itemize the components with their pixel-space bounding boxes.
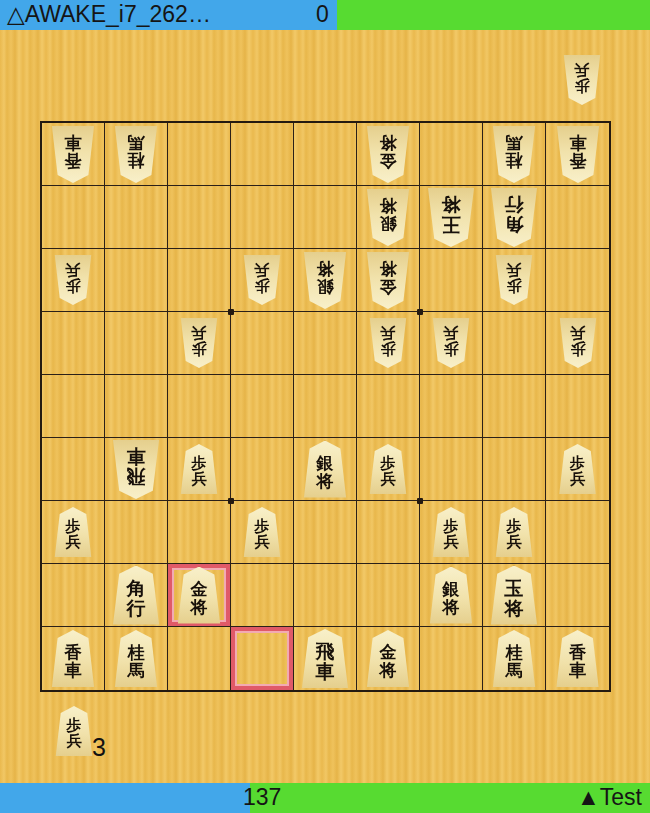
piece-kanji: 兵 xyxy=(255,535,270,551)
board-cell-r2c5[interactable] xyxy=(294,186,357,249)
piece-sente-silver[interactable]: 銀将 xyxy=(429,567,473,624)
piece-kanji: 香 xyxy=(569,151,586,169)
board-cell-r4c4[interactable] xyxy=(231,312,294,375)
piece-sente-lance[interactable]: 香車 xyxy=(51,630,95,687)
board-cell-r4c8[interactable] xyxy=(483,312,546,375)
hoshi-dot xyxy=(417,498,423,504)
piece-kanji: 将 xyxy=(442,194,461,214)
board-cell-r7c8[interactable]: 歩兵 xyxy=(483,501,546,564)
piece-kanji: 歩 xyxy=(192,340,207,356)
opponent-clock-value: 0 xyxy=(316,1,329,28)
board-cell-r8c6[interactable] xyxy=(357,564,420,627)
piece-gote-pawn[interactable]: 歩兵 xyxy=(432,318,470,368)
piece-kanji: 兵 xyxy=(192,472,207,488)
piece-kanji: 馬 xyxy=(506,662,523,680)
piece-sente-gold[interactable]: 金将 xyxy=(366,630,410,687)
board-cell-r5c5[interactable] xyxy=(294,375,357,438)
piece-kanji: 角 xyxy=(505,214,524,234)
piece-gote-gold[interactable]: 金将 xyxy=(366,126,410,183)
piece-kanji: 車 xyxy=(316,662,335,682)
board-cell-r3c6[interactable]: 金将 xyxy=(357,249,420,312)
board-cell-r1c3[interactable] xyxy=(168,123,231,186)
board-cell-r8c7[interactable]: 銀将 xyxy=(420,564,483,627)
opponent-name: △AWAKE_i7_262… xyxy=(7,1,211,28)
piece-gote-pawn[interactable]: 歩兵 xyxy=(54,255,92,305)
board-cell-r4c9[interactable]: 歩兵 xyxy=(546,312,609,375)
board-cell-r2c1[interactable] xyxy=(42,186,105,249)
board-cell-r4c3[interactable]: 歩兵 xyxy=(168,312,231,375)
board-cell-r7c9[interactable] xyxy=(546,501,609,564)
board-cell-r5c8[interactable] xyxy=(483,375,546,438)
piece-kanji: 将 xyxy=(380,196,397,214)
piece-gote-pawn[interactable]: 歩兵 xyxy=(563,55,601,105)
piece-kanji: 馬 xyxy=(128,662,145,680)
piece-kanji: 金 xyxy=(380,277,397,295)
board-cell-r9c7[interactable] xyxy=(420,627,483,690)
piece-sente-pawn[interactable]: 歩兵 xyxy=(432,507,470,557)
board-cell-r3c2[interactable] xyxy=(105,249,168,312)
board-cell-r8c2[interactable]: 角行 xyxy=(105,564,168,627)
piece-kanji: 将 xyxy=(191,599,208,617)
piece-gote-pawn[interactable]: 歩兵 xyxy=(369,318,407,368)
piece-kanji: 兵 xyxy=(507,535,522,551)
board-cell-r4c7[interactable]: 歩兵 xyxy=(420,312,483,375)
board-cell-r8c3[interactable]: 金将 xyxy=(168,564,231,627)
piece-gote-pawn[interactable]: 歩兵 xyxy=(180,318,218,368)
hoshi-dot xyxy=(228,498,234,504)
piece-kanji: 香 xyxy=(65,151,82,169)
board-cell-r6c7[interactable] xyxy=(420,438,483,501)
piece-kanji: 車 xyxy=(65,133,82,151)
piece-kanji: 車 xyxy=(569,662,586,680)
board-cell-r5c1[interactable] xyxy=(42,375,105,438)
piece-kanji: 歩 xyxy=(381,340,396,356)
piece-kanji: 将 xyxy=(505,599,524,619)
board-cell-r6c2[interactable]: 飛車 xyxy=(105,438,168,501)
board-cell-r2c6[interactable]: 銀将 xyxy=(357,186,420,249)
piece-kanji: 桂 xyxy=(506,151,523,169)
piece-kanji: 金 xyxy=(380,151,397,169)
board-cell-r1c4[interactable] xyxy=(231,123,294,186)
piece-kanji: 行 xyxy=(127,599,146,619)
piece-gote-pawn[interactable]: 歩兵 xyxy=(559,318,597,368)
piece-kanji: 兵 xyxy=(66,535,81,551)
piece-kanji: 兵 xyxy=(66,261,81,277)
piece-kanji: 飛 xyxy=(127,466,146,486)
piece-gote-silver[interactable]: 銀将 xyxy=(303,252,347,309)
piece-gote-lance[interactable]: 香車 xyxy=(51,126,95,183)
piece-kanji: 将 xyxy=(317,473,334,491)
piece-gote-knight[interactable]: 桂馬 xyxy=(114,126,158,183)
piece-gote-knight[interactable]: 桂馬 xyxy=(492,126,536,183)
piece-kanji: 兵 xyxy=(444,324,459,340)
player-name: ▲Test xyxy=(577,784,642,811)
board-cell-r7c1[interactable]: 歩兵 xyxy=(42,501,105,564)
board-cell-r7c7[interactable]: 歩兵 xyxy=(420,501,483,564)
board-cell-r5c6[interactable] xyxy=(357,375,420,438)
piece-kanji: 兵 xyxy=(575,61,590,77)
piece-kanji: 歩 xyxy=(507,277,522,293)
board-cell-r3c4[interactable]: 歩兵 xyxy=(231,249,294,312)
piece-gote-lance[interactable]: 香車 xyxy=(556,126,600,183)
piece-sente-pawn[interactable]: 歩兵 xyxy=(54,507,92,557)
bottom-clock-blue-segment xyxy=(0,783,250,813)
piece-kanji: 歩 xyxy=(66,277,81,293)
board-cell-r4c1[interactable] xyxy=(42,312,105,375)
board-cell-r1c7[interactable] xyxy=(420,123,483,186)
board-cell-r7c2[interactable] xyxy=(105,501,168,564)
piece-kanji: 兵 xyxy=(570,324,585,340)
piece-kanji: 将 xyxy=(380,259,397,277)
board-cell-r8c5[interactable] xyxy=(294,564,357,627)
board-cell-r2c4[interactable] xyxy=(231,186,294,249)
piece-kanji: 将 xyxy=(380,133,397,151)
piece-kanji: 兵 xyxy=(67,734,82,750)
board-cell-r5c3[interactable] xyxy=(168,375,231,438)
board-cell-r6c4[interactable] xyxy=(231,438,294,501)
board-cell-r7c5[interactable] xyxy=(294,501,357,564)
piece-kanji: 車 xyxy=(65,662,82,680)
board-cell-r3c1[interactable]: 歩兵 xyxy=(42,249,105,312)
board-cell-r6c8[interactable] xyxy=(483,438,546,501)
board-cell-r9c1[interactable]: 香車 xyxy=(42,627,105,690)
board-cell-r6c3[interactable]: 歩兵 xyxy=(168,438,231,501)
piece-sente-pawn[interactable]: 歩兵 xyxy=(55,706,93,756)
piece-sente-gold[interactable]: 金将 xyxy=(177,567,221,624)
board-cell-r2c3[interactable] xyxy=(168,186,231,249)
piece-kanji: 歩 xyxy=(444,340,459,356)
board-cell-r4c5[interactable] xyxy=(294,312,357,375)
piece-kanji: 兵 xyxy=(192,324,207,340)
board-cell-r2c7[interactable]: 王将 xyxy=(420,186,483,249)
board-cell-r9c4[interactable] xyxy=(231,627,294,690)
piece-sente-silver[interactable]: 銀将 xyxy=(303,441,347,498)
board-cell-r5c2[interactable] xyxy=(105,375,168,438)
piece-kanji: 銀 xyxy=(380,214,397,232)
gote-hand-area[interactable]: 歩兵 xyxy=(563,55,601,105)
board-cell-r5c9[interactable] xyxy=(546,375,609,438)
piece-kanji: 桂 xyxy=(128,151,145,169)
sente-hand-pawn-count: 3 xyxy=(92,733,106,762)
board-cell-r9c9[interactable]: 香車 xyxy=(546,627,609,690)
board-cell-r3c3[interactable] xyxy=(168,249,231,312)
board-cell-r6c6[interactable]: 歩兵 xyxy=(357,438,420,501)
board-cell-r3c9[interactable] xyxy=(546,249,609,312)
piece-gote-rook[interactable]: 飛車 xyxy=(112,440,160,499)
piece-gote-king[interactable]: 王将 xyxy=(427,188,475,247)
board-cell-r6c9[interactable]: 歩兵 xyxy=(546,438,609,501)
piece-kanji: 銀 xyxy=(317,455,334,473)
piece-sente-pawn[interactable]: 歩兵 xyxy=(559,444,597,494)
hoshi-dot xyxy=(417,309,423,315)
board-cell-r1c6[interactable]: 金将 xyxy=(357,123,420,186)
piece-sente-bishop[interactable]: 角行 xyxy=(112,566,160,625)
board-cell-r5c7[interactable] xyxy=(420,375,483,438)
board-cell-r5c4[interactable] xyxy=(231,375,294,438)
board-cell-r8c8[interactable]: 玉将 xyxy=(483,564,546,627)
sente-hand-area[interactable]: 歩兵 xyxy=(55,706,93,756)
piece-sente-pawn[interactable]: 歩兵 xyxy=(369,444,407,494)
piece-kanji: 車 xyxy=(127,446,146,466)
piece-gote-pawn[interactable]: 歩兵 xyxy=(495,255,533,305)
piece-kanji: 歩 xyxy=(570,340,585,356)
piece-sente-rook[interactable]: 飛車 xyxy=(301,629,349,688)
board-cell-r2c8[interactable]: 角行 xyxy=(483,186,546,249)
piece-kanji: 歩 xyxy=(575,77,590,93)
bottom-clock-bar: 137 ▲Test xyxy=(0,783,650,813)
shogi-board[interactable]: 香車桂馬金将桂馬香車銀将王将角行歩兵歩兵銀将金将歩兵歩兵歩兵歩兵歩兵飛車歩兵銀将… xyxy=(40,121,611,692)
piece-kanji: 兵 xyxy=(381,324,396,340)
piece-gote-bishop[interactable]: 角行 xyxy=(490,188,538,247)
piece-kanji: 将 xyxy=(317,259,334,277)
piece-gote-gold[interactable]: 金将 xyxy=(366,252,410,309)
board-cell-r9c6[interactable]: 金将 xyxy=(357,627,420,690)
board-cell-r3c5[interactable]: 銀将 xyxy=(294,249,357,312)
piece-sente-king[interactable]: 玉将 xyxy=(490,566,538,625)
top-clock-bar: △AWAKE_i7_262… 0 xyxy=(0,0,650,30)
board-cell-r9c3[interactable] xyxy=(168,627,231,690)
piece-kanji: 兵 xyxy=(507,261,522,277)
piece-kanji: 王 xyxy=(442,214,461,234)
board-cell-r4c2[interactable] xyxy=(105,312,168,375)
board-cell-r7c6[interactable] xyxy=(357,501,420,564)
hoshi-dot xyxy=(228,309,234,315)
piece-sente-pawn[interactable]: 歩兵 xyxy=(243,507,281,557)
piece-kanji: 将 xyxy=(380,662,397,680)
piece-kanji: 玉 xyxy=(505,579,524,599)
piece-kanji: 歩 xyxy=(255,277,270,293)
board-cell-r1c5[interactable] xyxy=(294,123,357,186)
piece-gote-pawn[interactable]: 歩兵 xyxy=(243,255,281,305)
board-cell-r6c1[interactable] xyxy=(42,438,105,501)
board-cell-r8c4[interactable] xyxy=(231,564,294,627)
piece-kanji: 行 xyxy=(505,194,524,214)
board-cell-r4c6[interactable]: 歩兵 xyxy=(357,312,420,375)
board-cell-r7c4[interactable]: 歩兵 xyxy=(231,501,294,564)
board-cell-r6c5[interactable]: 銀将 xyxy=(294,438,357,501)
piece-sente-pawn[interactable]: 歩兵 xyxy=(495,507,533,557)
board-cell-r1c8[interactable]: 桂馬 xyxy=(483,123,546,186)
piece-kanji: 将 xyxy=(443,599,460,617)
piece-sente-knight[interactable]: 桂馬 xyxy=(114,630,158,687)
piece-kanji: 兵 xyxy=(444,535,459,551)
board-cell-r1c9[interactable]: 香車 xyxy=(546,123,609,186)
piece-kanji: 銀 xyxy=(443,581,460,599)
piece-kanji: 馬 xyxy=(506,133,523,151)
board-cell-r8c9[interactable] xyxy=(546,564,609,627)
board-cell-r1c1[interactable]: 香車 xyxy=(42,123,105,186)
piece-kanji: 金 xyxy=(191,581,208,599)
piece-kanji: 角 xyxy=(127,579,146,599)
piece-kanji: 車 xyxy=(569,133,586,151)
board-cell-r9c8[interactable]: 桂馬 xyxy=(483,627,546,690)
piece-kanji: 馬 xyxy=(128,133,145,151)
board-cell-r7c3[interactable] xyxy=(168,501,231,564)
board-cell-r9c5[interactable]: 飛車 xyxy=(294,627,357,690)
piece-gote-silver[interactable]: 銀将 xyxy=(366,189,410,246)
board-cell-r1c2[interactable]: 桂馬 xyxy=(105,123,168,186)
board-cell-r2c9[interactable] xyxy=(546,186,609,249)
piece-sente-pawn[interactable]: 歩兵 xyxy=(180,444,218,494)
board-cell-r3c8[interactable]: 歩兵 xyxy=(483,249,546,312)
piece-sente-knight[interactable]: 桂馬 xyxy=(492,630,536,687)
board-cell-r8c1[interactable] xyxy=(42,564,105,627)
piece-kanji: 銀 xyxy=(317,277,334,295)
piece-kanji: 兵 xyxy=(381,472,396,488)
piece-kanji: 兵 xyxy=(255,261,270,277)
piece-kanji: 兵 xyxy=(570,472,585,488)
board-cell-r9c2[interactable]: 桂馬 xyxy=(105,627,168,690)
piece-sente-lance[interactable]: 香車 xyxy=(556,630,600,687)
board-cell-r3c7[interactable] xyxy=(420,249,483,312)
move-counter: 137 xyxy=(243,784,281,811)
board-cell-r2c2[interactable] xyxy=(105,186,168,249)
